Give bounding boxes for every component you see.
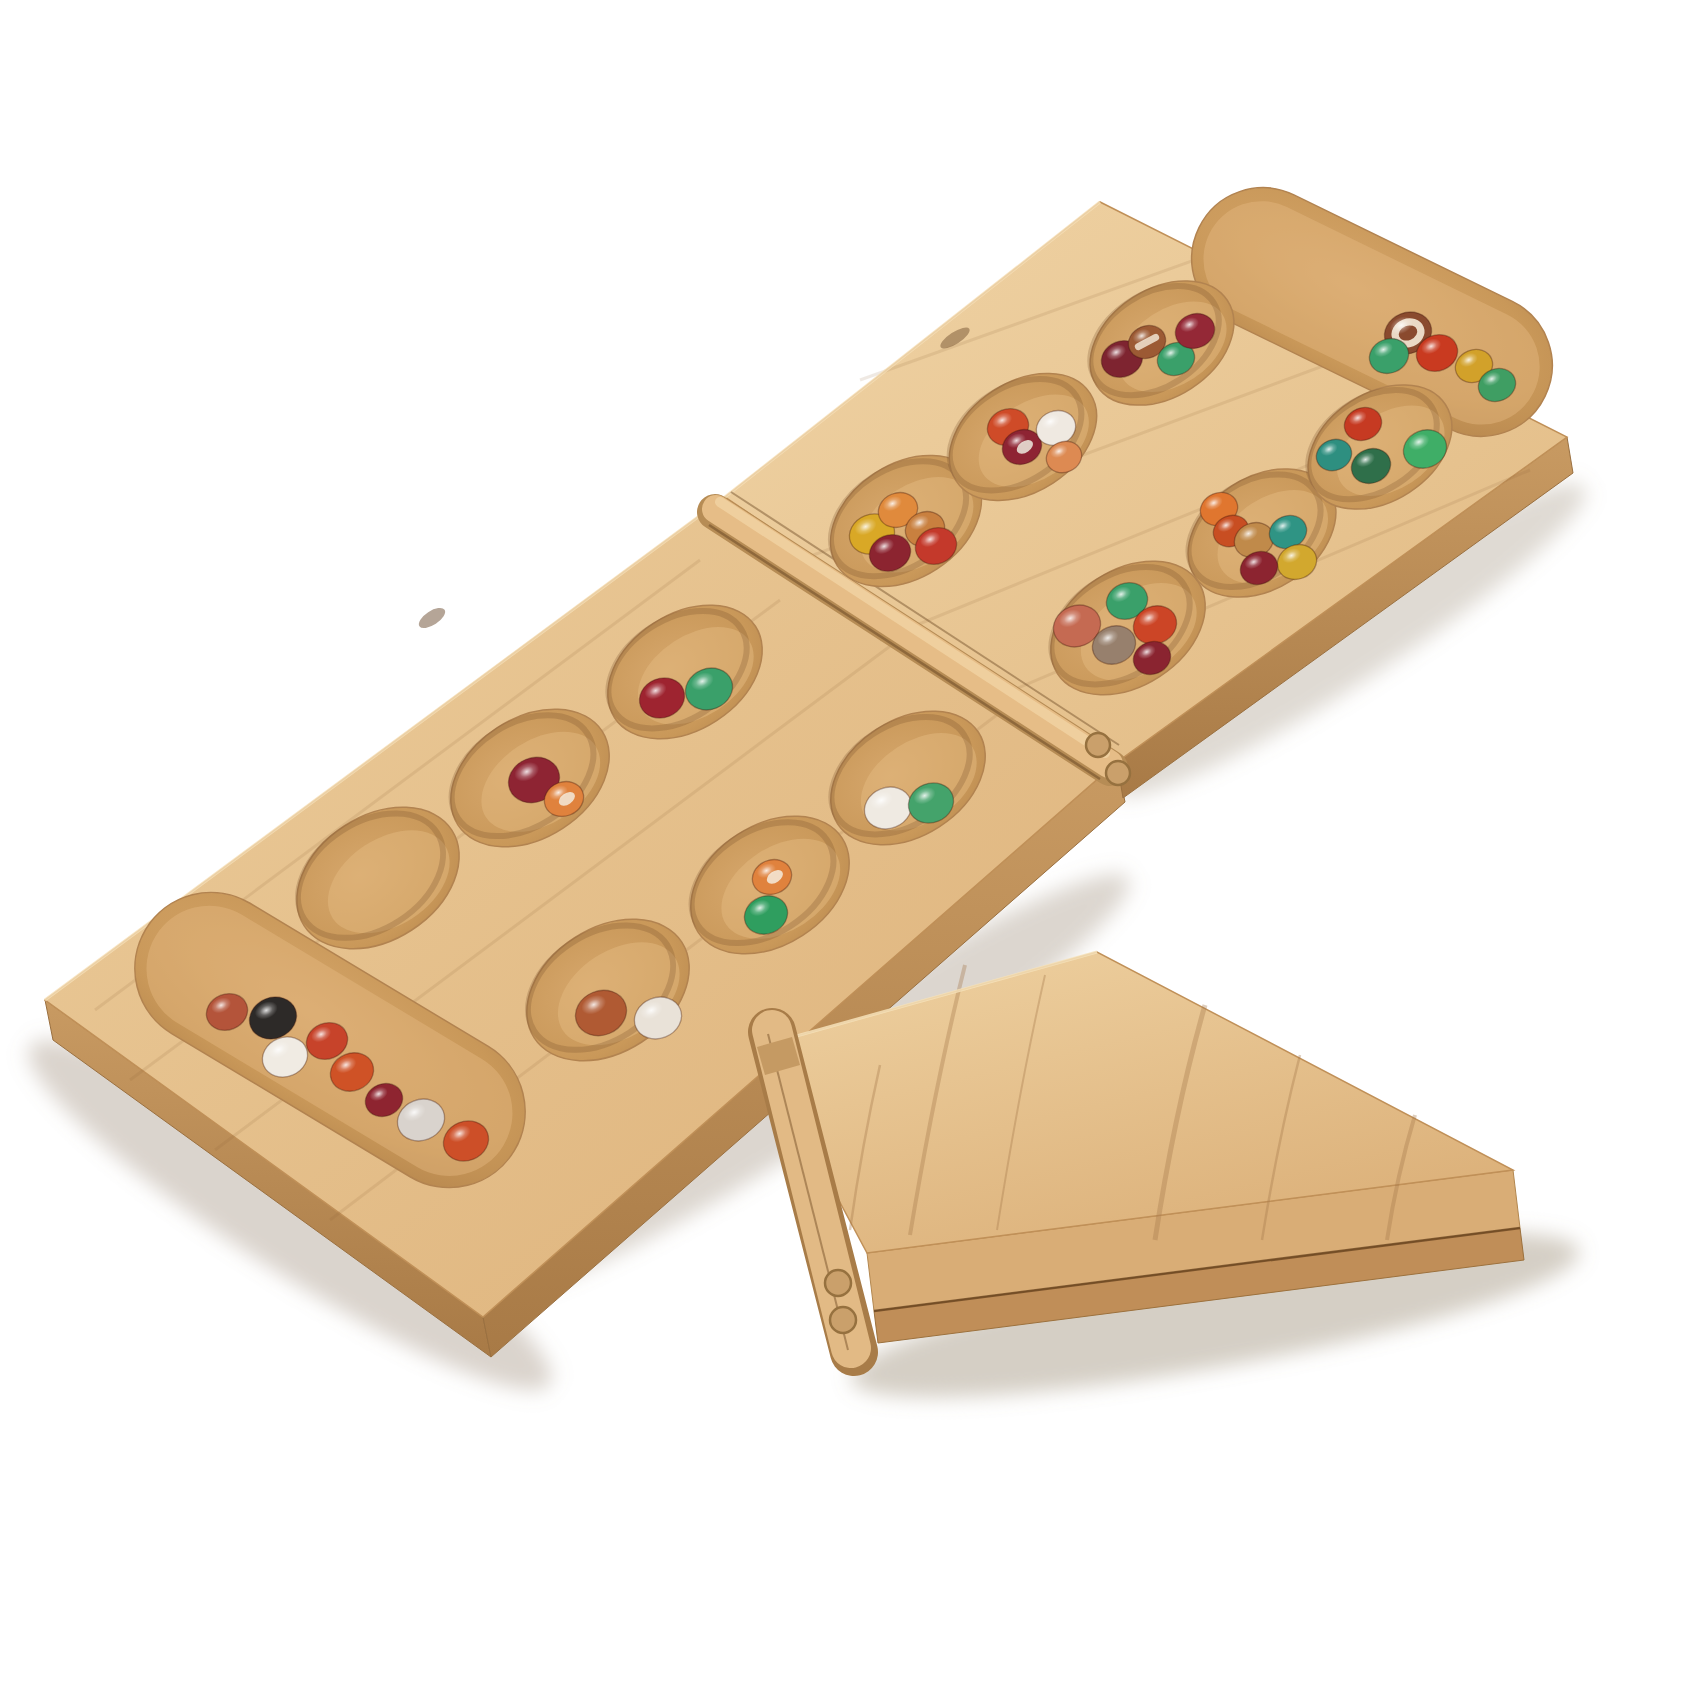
hinge-pin bbox=[1086, 733, 1110, 757]
hinge-pin bbox=[1106, 761, 1130, 785]
hinge-pin bbox=[825, 1270, 851, 1296]
hinge-pin bbox=[830, 1307, 856, 1333]
wood-knot bbox=[416, 604, 449, 632]
product-photo-mancala bbox=[0, 0, 1700, 1700]
